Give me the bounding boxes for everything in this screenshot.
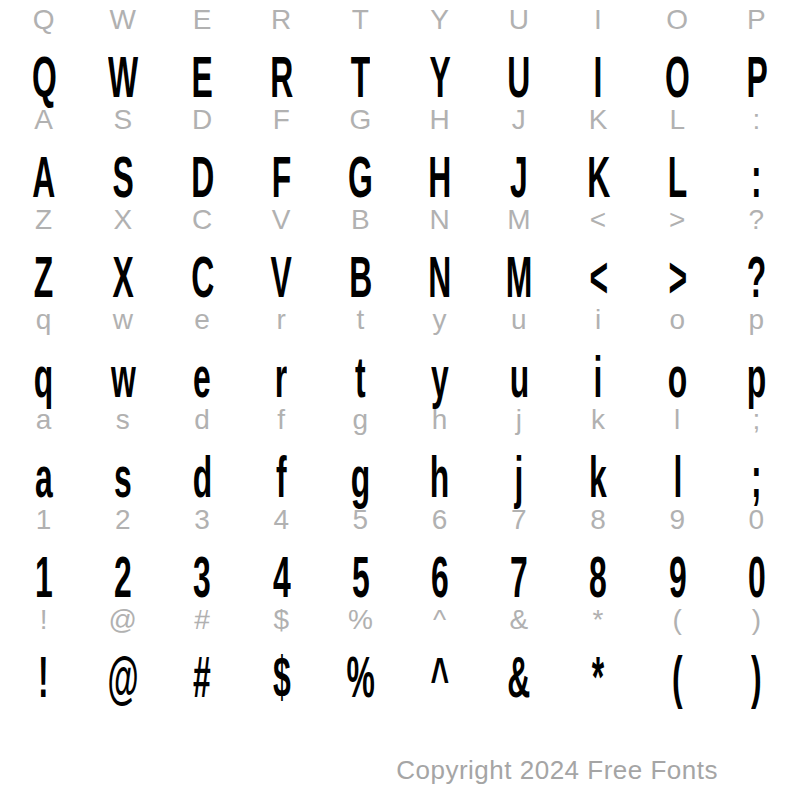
font-glyph: F bbox=[272, 146, 291, 208]
keyboard-key-label: E bbox=[193, 0, 212, 38]
font-glyph: e bbox=[193, 346, 210, 408]
char-cell: JJ bbox=[479, 100, 558, 208]
char-cell: RR bbox=[242, 0, 321, 108]
font-glyph: S bbox=[112, 146, 133, 208]
font-glyph: Q bbox=[31, 46, 55, 108]
char-cell: 44 bbox=[242, 500, 321, 608]
font-glyph: L bbox=[668, 146, 687, 208]
font-glyph: N bbox=[428, 246, 450, 308]
char-cell: PP bbox=[717, 0, 796, 108]
char-cell: 77 bbox=[479, 500, 558, 608]
char-cell: << bbox=[558, 200, 637, 308]
char-cell: LL bbox=[638, 100, 717, 208]
char-cell: 11 bbox=[4, 500, 83, 608]
font-glyph: 5 bbox=[352, 546, 369, 608]
font-glyph: M bbox=[506, 246, 532, 308]
font-glyph: Z bbox=[34, 246, 53, 308]
char-cell: OO bbox=[638, 0, 717, 108]
font-glyph: o bbox=[668, 346, 687, 408]
char-cell: %% bbox=[321, 600, 400, 708]
font-glyph: ? bbox=[747, 246, 766, 308]
font-glyph: > bbox=[668, 246, 686, 308]
char-cell: TT bbox=[321, 0, 400, 108]
char-cell: GG bbox=[321, 100, 400, 208]
font-glyph: R bbox=[270, 46, 292, 108]
charmap-row: QQWWEERRTTYYUUIIOOPP bbox=[4, 0, 796, 100]
char-cell: SS bbox=[83, 100, 162, 208]
font-glyph: h bbox=[430, 446, 449, 508]
char-cell: ff bbox=[242, 400, 321, 508]
font-glyph: % bbox=[346, 646, 374, 708]
font-glyph: ^ bbox=[431, 646, 449, 708]
font-glyph: l bbox=[673, 446, 681, 508]
char-cell: AA bbox=[4, 100, 83, 208]
font-glyph: * bbox=[592, 646, 604, 708]
char-cell: VV bbox=[242, 200, 321, 308]
keyboard-key-label: O bbox=[666, 0, 688, 38]
font-glyph: < bbox=[589, 246, 607, 308]
char-cell: ee bbox=[162, 300, 241, 408]
keyboard-key-label: Y bbox=[430, 0, 449, 38]
char-cell: ?? bbox=[717, 200, 796, 308]
font-glyph: T bbox=[351, 46, 370, 108]
font-glyph: K bbox=[587, 146, 609, 208]
char-cell: 22 bbox=[83, 500, 162, 608]
font-glyph: X bbox=[112, 246, 133, 308]
font-glyph: d bbox=[193, 446, 212, 508]
char-cell: 88 bbox=[558, 500, 637, 608]
font-glyph: ( bbox=[672, 646, 682, 708]
font-glyph: 9 bbox=[669, 546, 686, 608]
char-cell: yy bbox=[400, 300, 479, 408]
char-cell: >> bbox=[638, 200, 717, 308]
font-glyph: a bbox=[35, 446, 52, 508]
char-cell: gg bbox=[321, 400, 400, 508]
font-glyph: W bbox=[108, 46, 138, 108]
char-cell: ;; bbox=[717, 400, 796, 508]
font-glyph: V bbox=[271, 246, 292, 308]
font-glyph: t bbox=[355, 346, 365, 408]
font-glyph: # bbox=[193, 646, 210, 708]
char-cell: 55 bbox=[321, 500, 400, 608]
charmap-row: !!@@##$$%%^^&&**(()) bbox=[4, 600, 796, 700]
char-cell: aa bbox=[4, 400, 83, 508]
font-glyph: f bbox=[276, 446, 286, 508]
keyboard-key-label: I bbox=[594, 0, 602, 38]
font-glyph: y bbox=[431, 346, 448, 408]
char-cell: II bbox=[558, 0, 637, 108]
char-cell: $$ bbox=[242, 600, 321, 708]
char-cell: ll bbox=[638, 400, 717, 508]
char-cell: UU bbox=[479, 0, 558, 108]
font-glyph: j bbox=[515, 446, 523, 508]
char-cell: )) bbox=[717, 600, 796, 708]
font-glyph: 8 bbox=[589, 546, 606, 608]
charmap-row: AASSDDFFGGHHJJKKLL:: bbox=[4, 100, 796, 200]
char-cell: ## bbox=[162, 600, 241, 708]
font-glyph: I bbox=[594, 46, 602, 108]
font-glyph: D bbox=[191, 146, 213, 208]
font-glyph: G bbox=[348, 146, 372, 208]
char-cell: MM bbox=[479, 200, 558, 308]
font-glyph: q bbox=[34, 346, 53, 408]
font-glyph: w bbox=[111, 346, 135, 408]
char-cell: EE bbox=[162, 0, 241, 108]
char-cell: hh bbox=[400, 400, 479, 508]
char-cell: 99 bbox=[638, 500, 717, 608]
charmap-row: qqwweerrttyyuuiioopp bbox=[4, 300, 796, 400]
font-glyph: J bbox=[510, 146, 527, 208]
char-cell: NN bbox=[400, 200, 479, 308]
char-cell: tt bbox=[321, 300, 400, 408]
keyboard-key-label: R bbox=[271, 0, 291, 38]
font-glyph: r bbox=[275, 346, 287, 408]
font-glyph: 6 bbox=[431, 546, 448, 608]
char-cell: BB bbox=[321, 200, 400, 308]
copyright-watermark: Copyright 2024 Free Fonts bbox=[396, 755, 718, 786]
font-glyph: B bbox=[349, 246, 371, 308]
char-cell: kk bbox=[558, 400, 637, 508]
char-cell: YY bbox=[400, 0, 479, 108]
font-glyph: $ bbox=[273, 646, 290, 708]
keyboard-key-label: Q bbox=[33, 0, 55, 38]
char-cell: KK bbox=[558, 100, 637, 208]
font-glyph: Y bbox=[429, 46, 450, 108]
char-cell: :: bbox=[717, 100, 796, 208]
char-cell: ^^ bbox=[400, 600, 479, 708]
char-cell: rr bbox=[242, 300, 321, 408]
keyboard-key-label: W bbox=[110, 0, 136, 38]
font-glyph: 3 bbox=[193, 546, 210, 608]
char-cell: ss bbox=[83, 400, 162, 508]
charmap-row: aassddffgghhjjkkll;; bbox=[4, 400, 796, 500]
char-cell: ** bbox=[558, 600, 637, 708]
charmap-row: 11223344556677889900 bbox=[4, 500, 796, 600]
char-cell: ww bbox=[83, 300, 162, 408]
font-glyph: i bbox=[594, 346, 602, 408]
char-cell: dd bbox=[162, 400, 241, 508]
font-glyph: k bbox=[589, 446, 606, 508]
font-glyph: 0 bbox=[748, 546, 765, 608]
font-glyph: 2 bbox=[114, 546, 131, 608]
font-glyph: ! bbox=[39, 646, 49, 708]
font-glyph: g bbox=[351, 446, 370, 508]
char-cell: uu bbox=[479, 300, 558, 408]
font-glyph: 7 bbox=[510, 546, 527, 608]
font-glyph: ) bbox=[751, 646, 761, 708]
font-glyph: @ bbox=[108, 646, 139, 708]
char-cell: 00 bbox=[717, 500, 796, 608]
font-glyph: E bbox=[192, 46, 213, 108]
char-cell: 66 bbox=[400, 500, 479, 608]
char-cell: pp bbox=[717, 300, 796, 408]
font-glyph: P bbox=[746, 46, 767, 108]
font-glyph: 1 bbox=[35, 546, 52, 608]
char-cell: HH bbox=[400, 100, 479, 208]
char-cell: CC bbox=[162, 200, 241, 308]
font-glyph: s bbox=[114, 446, 131, 508]
charmap-row: ZZXXCCVVBBNNMM<<>>?? bbox=[4, 200, 796, 300]
char-cell: && bbox=[479, 600, 558, 708]
char-cell: WW bbox=[83, 0, 162, 108]
char-cell: QQ bbox=[4, 0, 83, 108]
font-specimen-page: QQWWEERRTTYYUUIIOOPPAASSDDFFGGHHJJKKLL::… bbox=[0, 0, 800, 800]
font-glyph: H bbox=[428, 146, 450, 208]
char-cell: @@ bbox=[83, 600, 162, 708]
char-cell: qq bbox=[4, 300, 83, 408]
character-map-grid: QQWWEERRTTYYUUIIOOPPAASSDDFFGGHHJJKKLL::… bbox=[4, 0, 796, 700]
font-glyph: u bbox=[509, 346, 528, 408]
keyboard-key-label: U bbox=[509, 0, 529, 38]
font-glyph: A bbox=[32, 146, 54, 208]
char-cell: jj bbox=[479, 400, 558, 508]
char-cell: (( bbox=[638, 600, 717, 708]
font-glyph: 4 bbox=[273, 546, 290, 608]
char-cell: ZZ bbox=[4, 200, 83, 308]
font-glyph: U bbox=[508, 46, 530, 108]
char-cell: FF bbox=[242, 100, 321, 208]
font-glyph: C bbox=[191, 246, 213, 308]
font-glyph: : bbox=[751, 146, 761, 208]
char-cell: oo bbox=[638, 300, 717, 408]
char-cell: XX bbox=[83, 200, 162, 308]
char-cell: ii bbox=[558, 300, 637, 408]
font-glyph: & bbox=[508, 646, 530, 708]
keyboard-key-label: T bbox=[352, 0, 369, 38]
font-glyph: O bbox=[665, 46, 689, 108]
char-cell: DD bbox=[162, 100, 241, 208]
keyboard-key-label: P bbox=[747, 0, 766, 38]
font-glyph: p bbox=[747, 346, 766, 408]
font-glyph: ; bbox=[751, 446, 761, 508]
char-cell: 33 bbox=[162, 500, 241, 608]
char-cell: !! bbox=[4, 600, 83, 708]
